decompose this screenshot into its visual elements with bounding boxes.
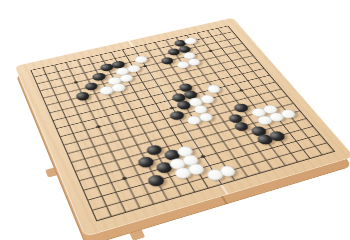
star-point [95,125,100,128]
white-stone[interactable] [279,108,298,119]
black-stone[interactable] [155,161,174,174]
black-stone[interactable] [168,110,186,121]
white-stone[interactable] [205,168,225,182]
white-stone[interactable] [197,111,215,122]
black-stone[interactable] [74,91,91,102]
white-stone[interactable] [192,104,210,115]
white-stone[interactable] [267,111,286,122]
black-stone[interactable] [226,113,245,125]
black-stone[interactable] [268,130,287,142]
black-stone[interactable] [232,102,250,113]
go-grid[interactable] [30,26,335,222]
star-point [169,106,174,109]
star-point [239,89,244,92]
white-stone[interactable] [250,107,269,118]
white-stone[interactable] [168,157,187,170]
white-stone[interactable] [181,154,200,167]
white-stone[interactable] [205,84,222,94]
white-stone[interactable] [185,114,203,126]
black-stone[interactable] [145,144,164,157]
go-board[interactable] [14,17,350,237]
white-stone[interactable] [173,166,193,180]
black-stone[interactable] [250,125,269,137]
white-stone[interactable] [186,163,206,176]
star-point [274,134,280,138]
star-point [143,65,148,68]
star-point [73,81,78,84]
black-stone[interactable] [137,156,156,169]
black-stone[interactable] [147,174,167,188]
white-stone[interactable] [255,114,274,126]
black-stone[interactable] [159,56,175,65]
black-stone[interactable] [256,133,275,145]
black-stone[interactable] [91,72,107,82]
product-photo-stage [0,0,350,240]
white-stone[interactable] [261,104,280,115]
black-stone[interactable] [163,149,182,162]
white-stone[interactable] [176,145,195,158]
black-stone[interactable] [232,121,251,133]
black-stone[interactable] [83,81,99,91]
star-point [208,49,213,52]
white-stone[interactable] [218,164,238,178]
star-point [121,177,127,181]
star-point [200,155,206,159]
white-stone[interactable] [133,55,149,64]
board-top-face [14,17,350,237]
